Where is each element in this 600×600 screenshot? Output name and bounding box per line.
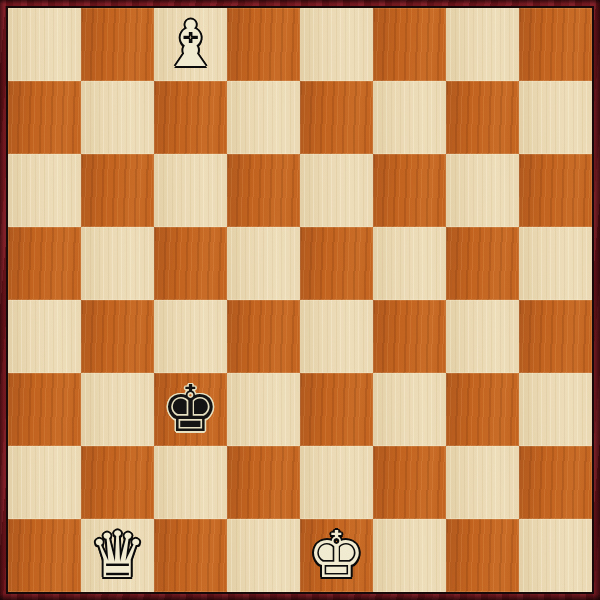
square-a5[interactable] [8,227,81,300]
square-f2[interactable] [373,446,446,519]
square-b2[interactable] [81,446,154,519]
square-d5[interactable] [227,227,300,300]
square-g3[interactable] [446,373,519,446]
square-h7[interactable] [519,81,592,154]
square-g6[interactable] [446,154,519,227]
square-b6[interactable] [81,154,154,227]
square-e8[interactable] [300,8,373,81]
square-f4[interactable] [373,300,446,373]
square-f6[interactable] [373,154,446,227]
square-b7[interactable] [81,81,154,154]
black-king-c3[interactable]: ♚ [162,373,219,446]
square-c6[interactable] [154,154,227,227]
square-g5[interactable] [446,227,519,300]
square-d8[interactable] [227,8,300,81]
square-d2[interactable] [227,446,300,519]
square-h6[interactable] [519,154,592,227]
square-c5[interactable] [154,227,227,300]
square-e7[interactable] [300,81,373,154]
square-c2[interactable] [154,446,227,519]
square-f5[interactable] [373,227,446,300]
square-b5[interactable] [81,227,154,300]
square-c1[interactable] [154,519,227,592]
square-e2[interactable] [300,446,373,519]
square-g4[interactable] [446,300,519,373]
square-b3[interactable] [81,373,154,446]
square-b4[interactable] [81,300,154,373]
square-d3[interactable] [227,373,300,446]
square-e1[interactable]: ♚ [300,519,373,592]
chess-board: ♝♚♛♚ [6,6,594,594]
square-h4[interactable] [519,300,592,373]
square-a8[interactable] [8,8,81,81]
square-g8[interactable] [446,8,519,81]
square-f8[interactable] [373,8,446,81]
square-f3[interactable] [373,373,446,446]
square-h5[interactable] [519,227,592,300]
square-a1[interactable] [8,519,81,592]
board-frame: ♝♚♛♚ [0,0,600,600]
white-king-e1[interactable]: ♚ [308,519,365,592]
square-f1[interactable] [373,519,446,592]
square-f7[interactable] [373,81,446,154]
square-c8[interactable]: ♝ [154,8,227,81]
square-h3[interactable] [519,373,592,446]
square-e3[interactable] [300,373,373,446]
square-d6[interactable] [227,154,300,227]
square-a4[interactable] [8,300,81,373]
square-e6[interactable] [300,154,373,227]
square-a3[interactable] [8,373,81,446]
square-d4[interactable] [227,300,300,373]
square-c3[interactable]: ♚ [154,373,227,446]
square-b8[interactable] [81,8,154,81]
square-a7[interactable] [8,81,81,154]
square-e4[interactable] [300,300,373,373]
square-h2[interactable] [519,446,592,519]
square-e5[interactable] [300,227,373,300]
square-c7[interactable] [154,81,227,154]
square-g1[interactable] [446,519,519,592]
square-a6[interactable] [8,154,81,227]
square-g7[interactable] [446,81,519,154]
white-bishop-c8[interactable]: ♝ [162,8,219,81]
square-d7[interactable] [227,81,300,154]
square-h1[interactable] [519,519,592,592]
square-b1[interactable]: ♛ [81,519,154,592]
square-c4[interactable] [154,300,227,373]
square-a2[interactable] [8,446,81,519]
square-d1[interactable] [227,519,300,592]
square-g2[interactable] [446,446,519,519]
white-queen-b1[interactable]: ♛ [89,519,146,592]
square-h8[interactable] [519,8,592,81]
